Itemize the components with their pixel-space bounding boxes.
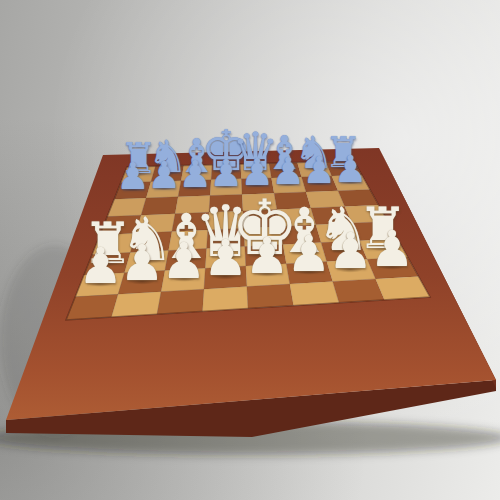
piece-black-pawn-c7[interactable]: ♟ [178,156,211,193]
piece-white-pawn-b2[interactable]: ♟ [120,239,165,289]
piece-black-pawn-b7[interactable]: ♟ [147,157,180,194]
piece-white-pawn-f2[interactable]: ♟ [286,230,331,280]
square-g1[interactable] [333,279,385,303]
piece-white-pawn-c2[interactable]: ♟ [161,237,206,287]
piece-white-pawn-e2[interactable]: ♟ [245,232,290,282]
square-b1[interactable] [112,292,162,317]
square-f1[interactable] [290,282,339,306]
square-c1[interactable] [157,289,204,314]
piece-white-pawn-g2[interactable]: ♟ [328,227,373,277]
piece-white-pawn-a2[interactable]: ♟ [78,242,123,292]
piece-black-pawn-a7[interactable]: ♟ [116,158,149,195]
piece-white-pawn-h2[interactable]: ♟ [370,225,415,275]
piece-black-pawn-g7[interactable]: ♟ [303,152,336,189]
piece-white-pawn-d2[interactable]: ♟ [203,234,248,284]
square-e1[interactable] [247,284,294,308]
photo-scene: ♜♞♝♚♛♝♞♜♟♟♟♟♟♟♟♟♜♞♝♛♚♝♞♜♟♟♟♟♟♟♟♟ [0,0,500,500]
square-d1[interactable] [203,287,249,312]
piece-black-pawn-h7[interactable]: ♟ [334,151,367,188]
